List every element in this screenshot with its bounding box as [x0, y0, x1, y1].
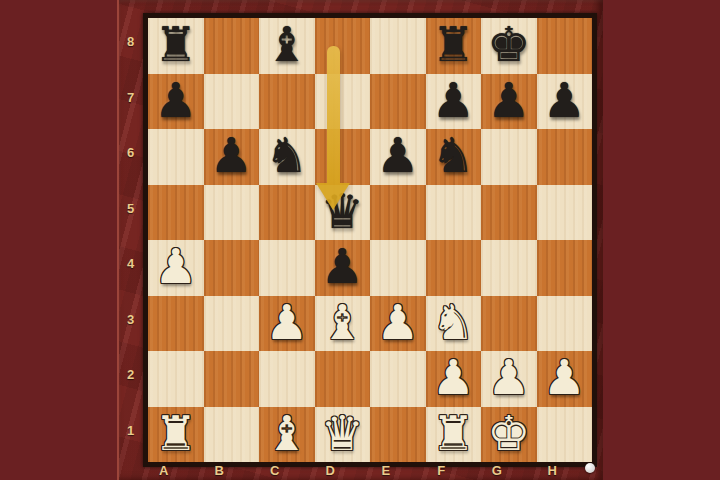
square-c6[interactable]: ♞: [259, 129, 315, 185]
square-c3[interactable]: ♟: [259, 296, 315, 352]
file-label-f: F: [414, 462, 470, 479]
square-c2[interactable]: [259, 351, 315, 407]
file-label-g: G: [469, 462, 525, 479]
piece-white-bishop[interactable]: ♝: [265, 406, 308, 462]
piece-black-pawn[interactable]: ♟: [376, 128, 419, 184]
piece-white-rook[interactable]: ♜: [432, 406, 475, 462]
square-b1[interactable]: [204, 407, 260, 463]
square-g1[interactable]: ♚: [481, 407, 537, 463]
square-e3[interactable]: ♟: [370, 296, 426, 352]
square-h1[interactable]: [537, 407, 593, 463]
square-e8[interactable]: [370, 18, 426, 74]
square-d1[interactable]: ♛: [315, 407, 371, 463]
piece-white-king[interactable]: ♚: [487, 406, 530, 462]
rank-label-3: 3: [117, 292, 144, 348]
piece-white-rook[interactable]: ♜: [154, 406, 197, 462]
square-h4[interactable]: [537, 240, 593, 296]
piece-black-rook[interactable]: ♜: [432, 17, 475, 73]
white-to-move-indicator-icon: [585, 463, 595, 473]
square-f3[interactable]: ♞: [426, 296, 482, 352]
square-f6[interactable]: ♞: [426, 129, 482, 185]
square-b2[interactable]: [204, 351, 260, 407]
piece-white-knight[interactable]: ♞: [432, 295, 475, 351]
piece-white-pawn[interactable]: ♟: [265, 295, 308, 351]
square-d8[interactable]: [315, 18, 371, 74]
square-a4[interactable]: ♟: [148, 240, 204, 296]
square-f4[interactable]: [426, 240, 482, 296]
piece-black-bishop[interactable]: ♝: [265, 17, 308, 73]
square-c7[interactable]: [259, 74, 315, 130]
piece-black-pawn[interactable]: ♟: [432, 73, 475, 129]
square-c5[interactable]: [259, 185, 315, 241]
square-d6[interactable]: [315, 129, 371, 185]
square-f5[interactable]: [426, 185, 482, 241]
board: ♜♝♜♚♟♟♟♟♟♞♟♞♛♟♟♟♝♟♞♟♟♟♜♝♛♜♚: [148, 18, 592, 462]
rank-label-2: 2: [117, 347, 144, 403]
square-d3[interactable]: ♝: [315, 296, 371, 352]
square-d2[interactable]: [315, 351, 371, 407]
move-arrow-shaft: [327, 46, 340, 184]
piece-white-pawn[interactable]: ♟: [543, 350, 586, 406]
square-a3[interactable]: [148, 296, 204, 352]
square-h2[interactable]: ♟: [537, 351, 593, 407]
square-b4[interactable]: [204, 240, 260, 296]
square-e7[interactable]: [370, 74, 426, 130]
piece-black-pawn[interactable]: ♟: [487, 73, 530, 129]
piece-white-pawn[interactable]: ♟: [432, 350, 475, 406]
square-a7[interactable]: ♟: [148, 74, 204, 130]
square-h5[interactable]: [537, 185, 593, 241]
square-g4[interactable]: [481, 240, 537, 296]
square-h7[interactable]: ♟: [537, 74, 593, 130]
piece-white-queen[interactable]: ♛: [321, 406, 364, 462]
square-c4[interactable]: [259, 240, 315, 296]
piece-white-bishop[interactable]: ♝: [321, 295, 364, 351]
square-a5[interactable]: [148, 185, 204, 241]
square-b8[interactable]: [204, 18, 260, 74]
piece-white-pawn[interactable]: ♟: [487, 350, 530, 406]
square-h3[interactable]: [537, 296, 593, 352]
piece-black-knight[interactable]: ♞: [265, 128, 308, 184]
piece-black-rook[interactable]: ♜: [154, 17, 197, 73]
square-g2[interactable]: ♟: [481, 351, 537, 407]
square-d4[interactable]: ♟: [315, 240, 371, 296]
file-label-e: E: [358, 462, 414, 479]
square-f2[interactable]: ♟: [426, 351, 482, 407]
square-c1[interactable]: ♝: [259, 407, 315, 463]
square-b6[interactable]: ♟: [204, 129, 260, 185]
square-b5[interactable]: [204, 185, 260, 241]
file-label-h: H: [525, 462, 581, 479]
square-c8[interactable]: ♝: [259, 18, 315, 74]
file-label-c: C: [247, 462, 303, 479]
piece-white-pawn[interactable]: ♟: [376, 295, 419, 351]
square-h6[interactable]: [537, 129, 593, 185]
square-h8[interactable]: [537, 18, 593, 74]
square-a8[interactable]: ♜: [148, 18, 204, 74]
rank-label-5: 5: [117, 181, 144, 237]
move-arrow-head-icon: [316, 183, 350, 210]
piece-black-pawn[interactable]: ♟: [321, 239, 364, 295]
piece-black-knight[interactable]: ♞: [432, 128, 475, 184]
square-f8[interactable]: ♜: [426, 18, 482, 74]
chess-app-stage: ♜♝♜♚♟♟♟♟♟♞♟♞♛♟♟♟♝♟♞♟♟♟♜♝♛♜♚ 87654321 ABC…: [0, 0, 720, 480]
square-f7[interactable]: ♟: [426, 74, 482, 130]
rank-label-1: 1: [117, 403, 144, 459]
file-label-b: B: [192, 462, 248, 479]
square-b7[interactable]: [204, 74, 260, 130]
square-e4[interactable]: [370, 240, 426, 296]
piece-white-pawn[interactable]: ♟: [154, 239, 197, 295]
rank-label-4: 4: [117, 236, 144, 292]
square-f1[interactable]: ♜: [426, 407, 482, 463]
square-b3[interactable]: [204, 296, 260, 352]
square-g3[interactable]: [481, 296, 537, 352]
piece-black-pawn[interactable]: ♟: [543, 73, 586, 129]
square-a2[interactable]: [148, 351, 204, 407]
square-g8[interactable]: ♚: [481, 18, 537, 74]
square-a6[interactable]: [148, 129, 204, 185]
square-e1[interactable]: [370, 407, 426, 463]
square-e5[interactable]: [370, 185, 426, 241]
square-e6[interactable]: ♟: [370, 129, 426, 185]
file-label-d: D: [303, 462, 359, 479]
piece-black-king[interactable]: ♚: [487, 17, 530, 73]
rank-label-6: 6: [117, 125, 144, 181]
rank-label-8: 8: [117, 14, 144, 70]
rank-label-7: 7: [117, 70, 144, 126]
square-g5[interactable]: [481, 185, 537, 241]
square-a1[interactable]: ♜: [148, 407, 204, 463]
square-e2[interactable]: [370, 351, 426, 407]
square-g6[interactable]: [481, 129, 537, 185]
square-d7[interactable]: [315, 74, 371, 130]
square-g7[interactable]: ♟: [481, 74, 537, 130]
piece-black-pawn[interactable]: ♟: [210, 128, 253, 184]
piece-black-pawn[interactable]: ♟: [154, 73, 197, 129]
file-label-a: A: [136, 462, 192, 479]
